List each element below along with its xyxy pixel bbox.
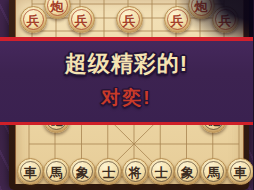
piece-red-兵[interactable]: 兵	[164, 6, 191, 33]
piece-black-象[interactable]: 象	[174, 158, 201, 185]
piece-glyph: 馬	[50, 165, 63, 178]
caption-banner: 超级精彩的! 对奕!	[0, 37, 253, 125]
piece-glyph: 象	[181, 165, 194, 178]
piece-glyph: 車	[24, 165, 37, 178]
piece-black-車[interactable]: 車	[17, 158, 44, 185]
piece-black-将[interactable]: 将	[122, 158, 149, 185]
piece-glyph: 馬	[207, 165, 220, 178]
piece-glyph: 兵	[123, 13, 136, 26]
piece-glyph: 兵	[219, 13, 232, 26]
piece-black-馬[interactable]: 馬	[200, 158, 227, 185]
piece-red-兵[interactable]: 兵	[20, 6, 47, 33]
piece-glyph: 将	[129, 165, 142, 178]
piece-black-士[interactable]: 士	[95, 158, 122, 185]
caption-line-2: 对奕!	[101, 85, 151, 111]
piece-black-馬[interactable]: 馬	[43, 158, 70, 185]
piece-glyph: 車	[234, 165, 247, 178]
caption-line-1: 超级精彩的!	[65, 49, 188, 79]
piece-glyph: 士	[155, 165, 168, 178]
piece-glyph: 兵	[171, 13, 184, 26]
piece-red-兵[interactable]: 兵	[68, 6, 95, 33]
piece-black-車[interactable]: 車	[227, 158, 254, 185]
piece-glyph: 炮	[51, 0, 64, 12]
piece-glyph: 兵	[75, 13, 88, 26]
piece-glyph: 炮	[195, 0, 208, 12]
piece-black-士[interactable]: 士	[148, 158, 175, 185]
piece-red-炮[interactable]: 炮	[44, 0, 71, 19]
piece-glyph: 士	[102, 165, 115, 178]
piece-glyph: 兵	[27, 13, 40, 26]
piece-glyph: 象	[76, 165, 89, 178]
game-screen: 炮炮兵兵兵兵兵砲砲車馬象士将士象馬車 超级精彩的! 对奕!	[0, 0, 253, 190]
piece-red-兵[interactable]: 兵	[212, 6, 239, 33]
piece-red-炮[interactable]: 炮	[188, 0, 215, 19]
piece-black-象[interactable]: 象	[69, 158, 96, 185]
piece-red-兵[interactable]: 兵	[116, 6, 143, 33]
